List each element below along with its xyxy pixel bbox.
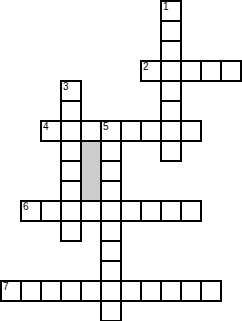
cell-r11-c5[interactable] bbox=[100, 220, 122, 242]
cell-r10-c2[interactable] bbox=[40, 200, 62, 222]
cell-r14-c8[interactable] bbox=[160, 280, 182, 302]
cell-r14-c10[interactable] bbox=[200, 280, 222, 302]
cell-r10-c6[interactable] bbox=[120, 200, 142, 222]
cell-r7-c5[interactable] bbox=[100, 140, 122, 162]
cell-r6-c7[interactable] bbox=[140, 120, 162, 142]
cell-r10-c3[interactable] bbox=[60, 200, 82, 222]
cell-r9-c5[interactable] bbox=[100, 180, 122, 202]
crossword-grid: 1234567 bbox=[0, 0, 242, 321]
cell-r6-c6[interactable] bbox=[120, 120, 142, 142]
cell-r5-c8[interactable] bbox=[160, 100, 182, 122]
cell-r14-c7[interactable] bbox=[140, 280, 162, 302]
cell-r14-c1[interactable] bbox=[20, 280, 42, 302]
clue-number-4: 4 bbox=[43, 122, 49, 132]
cell-r8-c5[interactable] bbox=[100, 160, 122, 182]
cell-r3-c9[interactable] bbox=[180, 60, 202, 82]
cell-r10-c7[interactable] bbox=[140, 200, 162, 222]
cell-r13-c5[interactable] bbox=[100, 260, 122, 282]
cell-r11-c3[interactable] bbox=[60, 220, 82, 242]
cell-r14-c9[interactable] bbox=[180, 280, 202, 302]
shaded-block bbox=[80, 140, 102, 202]
cell-r10-c4[interactable] bbox=[80, 200, 102, 222]
cell-r1-c8[interactable] bbox=[160, 20, 182, 42]
cell-r15-c5[interactable] bbox=[100, 300, 122, 321]
cell-r6-c4[interactable] bbox=[80, 120, 102, 142]
cell-r2-c8[interactable] bbox=[160, 40, 182, 62]
cell-r3-c10[interactable] bbox=[200, 60, 222, 82]
cell-r14-c3[interactable] bbox=[60, 280, 82, 302]
cell-r6-c8[interactable] bbox=[160, 120, 182, 142]
cell-r6-c3[interactable] bbox=[60, 120, 82, 142]
clue-number-3: 3 bbox=[63, 82, 69, 92]
clue-number-5: 5 bbox=[103, 122, 109, 132]
cell-r9-c3[interactable] bbox=[60, 180, 82, 202]
cell-r3-c8[interactable] bbox=[160, 60, 182, 82]
clue-number-1: 1 bbox=[163, 2, 169, 12]
clue-number-7: 7 bbox=[3, 282, 9, 292]
cell-r12-c5[interactable] bbox=[100, 240, 122, 262]
cell-r7-c3[interactable] bbox=[60, 140, 82, 162]
cell-r14-c4[interactable] bbox=[80, 280, 102, 302]
cell-r14-c2[interactable] bbox=[40, 280, 62, 302]
cell-r8-c3[interactable] bbox=[60, 160, 82, 182]
cell-r5-c3[interactable] bbox=[60, 100, 82, 122]
cell-r10-c9[interactable] bbox=[180, 200, 202, 222]
clue-number-2: 2 bbox=[143, 62, 149, 72]
cell-r4-c8[interactable] bbox=[160, 80, 182, 102]
cell-r10-c8[interactable] bbox=[160, 200, 182, 222]
cell-r3-c11[interactable] bbox=[220, 60, 242, 82]
cell-r7-c8[interactable] bbox=[160, 140, 182, 162]
clue-number-6: 6 bbox=[23, 202, 29, 212]
cell-r10-c5[interactable] bbox=[100, 200, 122, 222]
cell-r6-c9[interactable] bbox=[180, 120, 202, 142]
cell-r14-c6[interactable] bbox=[120, 280, 142, 302]
cell-r14-c5[interactable] bbox=[100, 280, 122, 302]
